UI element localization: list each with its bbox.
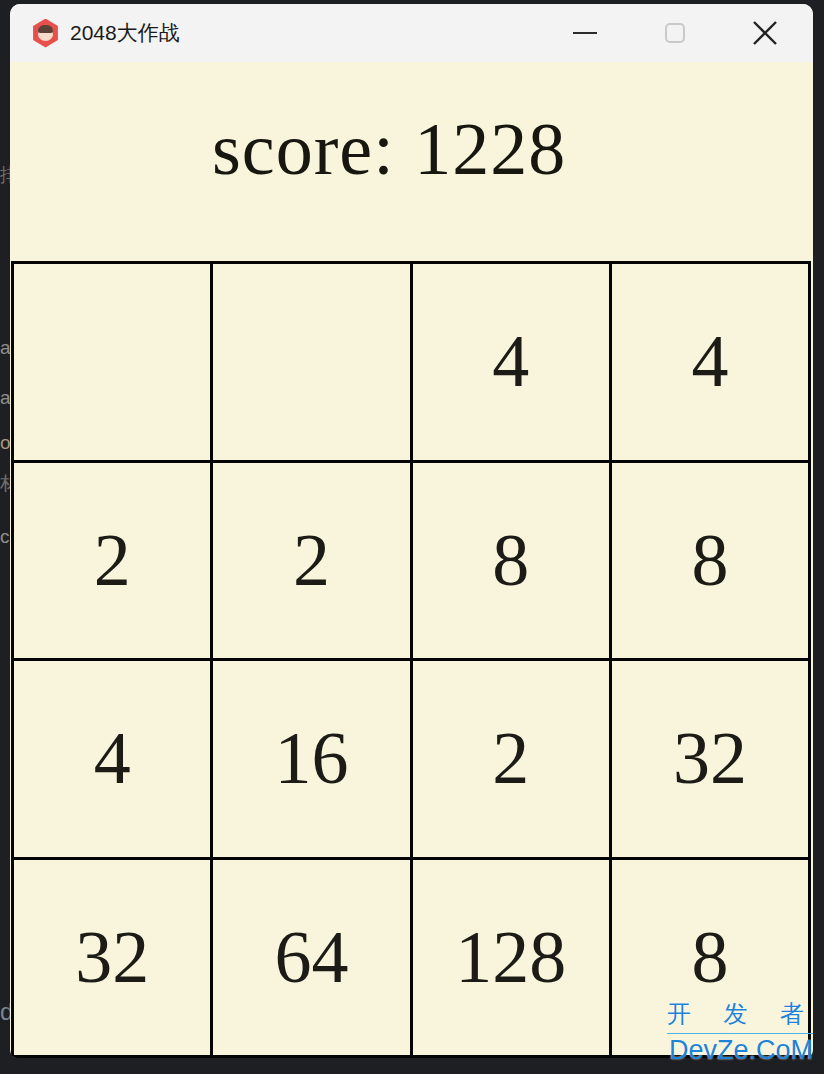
cell-r1c3: 8	[612, 463, 808, 659]
cell-r2c1: 16	[213, 661, 409, 857]
desktop-fragment: a	[0, 338, 10, 357]
app-window: 2048大作战 score: 1228	[10, 4, 813, 1058]
watermark-line2: DevZe.CoM	[667, 1035, 813, 1066]
maximize-button[interactable]	[630, 4, 720, 62]
titlebar[interactable]: 2048大作战	[10, 4, 813, 62]
maximize-icon	[665, 23, 685, 43]
cell-r1c0: 2	[14, 463, 210, 659]
cell-r2c0: 4	[14, 661, 210, 857]
minimize-button[interactable]	[540, 4, 630, 62]
desktop-fragment: 材	[0, 474, 10, 493]
score-display: score: 1228	[10, 107, 566, 192]
cell-r3c2: 128	[413, 860, 609, 1056]
cell-r1c1: 2	[213, 463, 409, 659]
cell-r0c3: 4	[612, 264, 808, 460]
cell-r2c3: 32	[612, 661, 808, 857]
app-icon	[32, 19, 59, 48]
desktop-fragment: c	[0, 527, 10, 546]
window-controls	[540, 4, 810, 62]
cell-r2c2: 2	[413, 661, 609, 857]
app-icon-hair	[38, 25, 53, 33]
desktop-fragment: o	[0, 433, 10, 452]
game-board[interactable]: 4 4 2 2 8 8 4 16 2 32 32 64 128 8	[11, 261, 811, 1058]
watermark: 开 发 者 DevZe.CoM	[667, 998, 813, 1066]
cell-r0c0	[14, 264, 210, 460]
score-area: score: 1228	[10, 62, 813, 261]
window-title: 2048大作战	[70, 19, 180, 47]
desktop-fragment: a	[0, 388, 10, 407]
cell-r1c2: 8	[413, 463, 609, 659]
desktop: 排 a a o 材 c dy 2048大作战	[0, 0, 824, 1074]
minimize-icon	[573, 32, 597, 34]
cell-r0c2: 4	[413, 264, 609, 460]
cell-r0c1	[213, 264, 409, 460]
watermark-line1: 开 发 者	[667, 998, 813, 1034]
desktop-fragment: 排	[0, 165, 10, 184]
cell-r3c1: 64	[213, 860, 409, 1056]
close-icon	[752, 20, 778, 46]
close-button[interactable]	[720, 4, 810, 62]
cell-r3c0: 32	[14, 860, 210, 1056]
